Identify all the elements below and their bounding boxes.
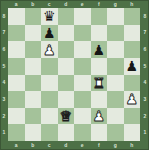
file-label-b-top: b xyxy=(25,0,42,8)
square-a6[interactable] xyxy=(8,41,25,58)
square-c3[interactable] xyxy=(41,91,58,108)
square-e7[interactable] xyxy=(74,25,91,42)
file-label-g-bottom: g xyxy=(107,141,124,150)
square-a4[interactable] xyxy=(8,75,25,92)
file-label-c-top: c xyxy=(41,0,58,8)
rank-label-8-right: 8 xyxy=(141,8,149,25)
file-label-g-top: g xyxy=(107,0,124,8)
square-c6[interactable]: ♟ xyxy=(41,41,58,58)
rank-labels-right: 87654321 xyxy=(141,8,149,141)
rank-label-6-left: 6 xyxy=(0,41,8,58)
square-g2[interactable] xyxy=(107,108,124,125)
rank-label-1-right: 1 xyxy=(141,124,149,141)
rank-label-7-left: 7 xyxy=(0,25,8,42)
square-d4[interactable] xyxy=(58,75,75,92)
square-c8[interactable]: ♛ xyxy=(41,8,58,25)
square-b1[interactable] xyxy=(25,124,42,141)
square-g8[interactable] xyxy=(107,8,124,25)
square-g6[interactable] xyxy=(107,41,124,58)
square-f1[interactable] xyxy=(91,124,108,141)
file-labels-top: abcdefgh xyxy=(8,0,140,8)
piece-white-pawn-f2[interactable]: ♟ xyxy=(92,109,105,123)
square-h7[interactable] xyxy=(124,25,141,42)
square-d7[interactable] xyxy=(58,25,75,42)
file-label-h-top: h xyxy=(124,0,141,8)
file-label-d-bottom: d xyxy=(58,141,75,150)
file-labels-bottom: abcdefgh xyxy=(8,141,140,150)
file-label-a-bottom: a xyxy=(8,141,25,150)
square-b8[interactable] xyxy=(25,8,42,25)
square-c7[interactable]: ♟ xyxy=(41,25,58,42)
rank-label-3-right: 3 xyxy=(141,91,149,108)
file-label-e-top: e xyxy=(74,0,91,8)
square-h4[interactable] xyxy=(124,75,141,92)
rank-label-5-left: 5 xyxy=(0,58,8,75)
piece-white-queen-d2[interactable]: ♛ xyxy=(59,109,72,123)
piece-white-pawn-c6[interactable]: ♟ xyxy=(43,42,56,56)
square-f6[interactable]: ♟ xyxy=(91,41,108,58)
square-h5[interactable]: ♟ xyxy=(124,58,141,75)
square-c5[interactable] xyxy=(41,58,58,75)
square-g4[interactable] xyxy=(107,75,124,92)
square-b6[interactable] xyxy=(25,41,42,58)
square-h1[interactable] xyxy=(124,124,141,141)
square-g5[interactable] xyxy=(107,58,124,75)
square-e3[interactable] xyxy=(74,91,91,108)
file-label-f-top: f xyxy=(91,0,108,8)
square-e1[interactable] xyxy=(74,124,91,141)
square-e4[interactable] xyxy=(74,75,91,92)
square-b2[interactable] xyxy=(25,108,42,125)
rank-label-5-right: 5 xyxy=(141,58,149,75)
square-a1[interactable] xyxy=(8,124,25,141)
file-label-e-bottom: e xyxy=(74,141,91,150)
file-label-f-bottom: f xyxy=(91,141,108,150)
square-b5[interactable] xyxy=(25,58,42,75)
square-f5[interactable] xyxy=(91,58,108,75)
rank-label-7-right: 7 xyxy=(141,25,149,42)
file-label-c-bottom: c xyxy=(41,141,58,150)
square-h2[interactable] xyxy=(124,108,141,125)
piece-black-queen-c8[interactable]: ♛ xyxy=(43,9,56,23)
square-f3[interactable] xyxy=(91,91,108,108)
rank-label-8-left: 8 xyxy=(0,8,8,25)
square-e6[interactable] xyxy=(74,41,91,58)
square-f2[interactable]: ♟ xyxy=(91,108,108,125)
square-e8[interactable] xyxy=(74,8,91,25)
square-a7[interactable] xyxy=(8,25,25,42)
square-c2[interactable] xyxy=(41,108,58,125)
square-c1[interactable] xyxy=(41,124,58,141)
square-b4[interactable] xyxy=(25,75,42,92)
square-e2[interactable] xyxy=(74,108,91,125)
square-f4[interactable]: ♜ xyxy=(91,75,108,92)
chess-board: ♛♟♟♟♟♜♟♛♟ xyxy=(8,8,140,141)
piece-black-pawn-h5[interactable]: ♟ xyxy=(125,59,138,73)
rank-label-2-right: 2 xyxy=(141,108,149,125)
square-b7[interactable] xyxy=(25,25,42,42)
chess-board-frame: abcdefgh abcdefgh 87654321 87654321 ♛♟♟♟… xyxy=(0,0,149,150)
square-d3[interactable] xyxy=(58,91,75,108)
square-f8[interactable] xyxy=(91,8,108,25)
square-f7[interactable] xyxy=(91,25,108,42)
rank-label-2-left: 2 xyxy=(0,108,8,125)
file-label-b-bottom: b xyxy=(25,141,42,150)
square-d6[interactable] xyxy=(58,41,75,58)
rank-label-4-left: 4 xyxy=(0,75,8,92)
square-h3[interactable]: ♟ xyxy=(124,91,141,108)
rank-label-4-right: 4 xyxy=(141,75,149,92)
square-h6[interactable] xyxy=(124,41,141,58)
file-label-h-bottom: h xyxy=(124,141,141,150)
square-g7[interactable] xyxy=(107,25,124,42)
square-d5[interactable] xyxy=(58,58,75,75)
square-h8[interactable] xyxy=(124,8,141,25)
square-a2[interactable] xyxy=(8,108,25,125)
square-c4[interactable] xyxy=(41,75,58,92)
piece-black-pawn-f6[interactable]: ♟ xyxy=(92,42,105,56)
square-d2[interactable]: ♛ xyxy=(58,108,75,125)
rank-label-6-right: 6 xyxy=(141,41,149,58)
piece-white-pawn-h3[interactable]: ♟ xyxy=(125,92,138,106)
square-a3[interactable] xyxy=(8,91,25,108)
square-a8[interactable] xyxy=(8,8,25,25)
square-b3[interactable] xyxy=(25,91,42,108)
piece-black-pawn-c7[interactable]: ♟ xyxy=(43,25,56,39)
file-label-a-top: a xyxy=(8,0,25,8)
rank-labels-left: 87654321 xyxy=(0,8,8,141)
square-g3[interactable] xyxy=(107,91,124,108)
square-a5[interactable] xyxy=(8,58,25,75)
square-g1[interactable] xyxy=(107,124,124,141)
file-label-d-top: d xyxy=(58,0,75,8)
square-d8[interactable] xyxy=(58,8,75,25)
rank-label-3-left: 3 xyxy=(0,91,8,108)
rank-label-1-left: 1 xyxy=(0,124,8,141)
piece-white-rook-f4[interactable]: ♜ xyxy=(92,75,105,89)
square-d1[interactable] xyxy=(58,124,75,141)
square-e5[interactable] xyxy=(74,58,91,75)
